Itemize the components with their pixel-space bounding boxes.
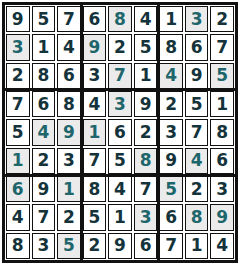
cell-r4c9[interactable]: 1 xyxy=(210,91,234,117)
cell-r5c9[interactable]: 8 xyxy=(210,119,234,145)
cell-r6c7[interactable]: 9 xyxy=(159,148,183,174)
cell-r6c8: 4 xyxy=(185,148,209,174)
cell-r9c4[interactable]: 2 xyxy=(83,233,107,259)
cell-r9c6[interactable]: 6 xyxy=(134,233,158,259)
cell-r1c1[interactable]: 9 xyxy=(6,6,30,32)
cell-r6c5[interactable]: 5 xyxy=(108,148,132,174)
cell-r5c2: 4 xyxy=(32,119,56,145)
cell-r8c4[interactable]: 5 xyxy=(83,204,107,230)
sudoku-board: 9576841323149258672863714957684392515491… xyxy=(2,2,238,263)
cell-r4c4[interactable]: 4 xyxy=(83,91,107,117)
cell-r9c7[interactable]: 7 xyxy=(159,233,183,259)
cell-r8c1[interactable]: 4 xyxy=(6,204,30,230)
cell-r3c6[interactable]: 1 xyxy=(134,63,158,89)
box-divider-vertical-left xyxy=(80,5,83,260)
cell-r5c8[interactable]: 7 xyxy=(185,119,209,145)
cell-r1c2[interactable]: 5 xyxy=(32,6,56,32)
cell-r5c4: 1 xyxy=(83,119,107,145)
cell-r2c6[interactable]: 5 xyxy=(134,34,158,60)
box-divider-horizontal-top xyxy=(5,88,235,91)
cell-r5c1[interactable]: 5 xyxy=(6,119,30,145)
cell-r3c7: 4 xyxy=(159,63,183,89)
cell-r3c2[interactable]: 8 xyxy=(32,63,56,89)
cell-r3c8[interactable]: 9 xyxy=(185,63,209,89)
cell-r2c1: 3 xyxy=(6,34,30,60)
cell-r9c1[interactable]: 8 xyxy=(6,233,30,259)
cell-r5c5[interactable]: 6 xyxy=(108,119,132,145)
cell-r1c9[interactable]: 2 xyxy=(210,6,234,32)
cell-r4c2[interactable]: 6 xyxy=(32,91,56,117)
cell-r2c4: 9 xyxy=(83,34,107,60)
cell-r3c1[interactable]: 2 xyxy=(6,63,30,89)
cell-r4c7[interactable]: 2 xyxy=(159,91,183,117)
cell-r8c7[interactable]: 6 xyxy=(159,204,183,230)
cell-r4c1[interactable]: 7 xyxy=(6,91,30,117)
cell-r8c3[interactable]: 2 xyxy=(57,204,81,230)
cell-r1c5: 8 xyxy=(108,6,132,32)
cell-r6c6: 8 xyxy=(134,148,158,174)
cell-r7c2[interactable]: 9 xyxy=(32,176,56,202)
cell-r7c6[interactable]: 7 xyxy=(134,176,158,202)
cell-r4c8[interactable]: 5 xyxy=(185,91,209,117)
box-divider-vertical-right xyxy=(157,5,160,260)
cell-r2c5[interactable]: 2 xyxy=(108,34,132,60)
cell-r3c4[interactable]: 3 xyxy=(83,63,107,89)
cell-r6c2[interactable]: 2 xyxy=(32,148,56,174)
cell-r1c3[interactable]: 7 xyxy=(57,6,81,32)
cell-r9c3: 5 xyxy=(57,233,81,259)
cell-r7c4[interactable]: 8 xyxy=(83,176,107,202)
cell-r2c9[interactable]: 7 xyxy=(210,34,234,60)
cell-r6c9[interactable]: 6 xyxy=(210,148,234,174)
cell-r9c2[interactable]: 3 xyxy=(32,233,56,259)
cell-r1c4[interactable]: 6 xyxy=(83,6,107,32)
cell-r8c6: 3 xyxy=(134,204,158,230)
cell-r9c5[interactable]: 9 xyxy=(108,233,132,259)
box-divider-horizontal-bottom xyxy=(5,174,235,177)
cell-r7c9[interactable]: 3 xyxy=(210,176,234,202)
cell-r5c6[interactable]: 2 xyxy=(134,119,158,145)
sudoku-grid: 9576841323149258672863714957684392515491… xyxy=(5,5,235,260)
cell-r9c9[interactable]: 4 xyxy=(210,233,234,259)
cell-r2c7[interactable]: 8 xyxy=(159,34,183,60)
cell-r1c7[interactable]: 1 xyxy=(159,6,183,32)
cell-r5c3: 9 xyxy=(57,119,81,145)
cell-r4c3[interactable]: 8 xyxy=(57,91,81,117)
cell-r1c6[interactable]: 4 xyxy=(134,6,158,32)
cell-r8c9: 9 xyxy=(210,204,234,230)
cell-r3c5: 7 xyxy=(108,63,132,89)
cell-r7c8[interactable]: 2 xyxy=(185,176,209,202)
cell-r9c8[interactable]: 1 xyxy=(185,233,209,259)
cell-r7c7: 5 xyxy=(159,176,183,202)
cell-r8c8: 8 xyxy=(185,204,209,230)
cell-r6c3[interactable]: 3 xyxy=(57,148,81,174)
cell-r2c3[interactable]: 4 xyxy=(57,34,81,60)
cell-r8c2[interactable]: 7 xyxy=(32,204,56,230)
cell-r1c8: 3 xyxy=(185,6,209,32)
cell-r3c3[interactable]: 6 xyxy=(57,63,81,89)
cell-r6c1: 1 xyxy=(6,148,30,174)
cell-r3c9: 5 xyxy=(210,63,234,89)
cell-r7c5[interactable]: 4 xyxy=(108,176,132,202)
cell-r2c8[interactable]: 6 xyxy=(185,34,209,60)
cell-r5c7[interactable]: 3 xyxy=(159,119,183,145)
cell-r8c5[interactable]: 1 xyxy=(108,204,132,230)
cell-r2c2[interactable]: 1 xyxy=(32,34,56,60)
cell-r4c6[interactable]: 9 xyxy=(134,91,158,117)
cell-r7c1: 6 xyxy=(6,176,30,202)
cell-r7c3: 1 xyxy=(57,176,81,202)
cell-r4c5: 3 xyxy=(108,91,132,117)
cell-r6c4[interactable]: 7 xyxy=(83,148,107,174)
